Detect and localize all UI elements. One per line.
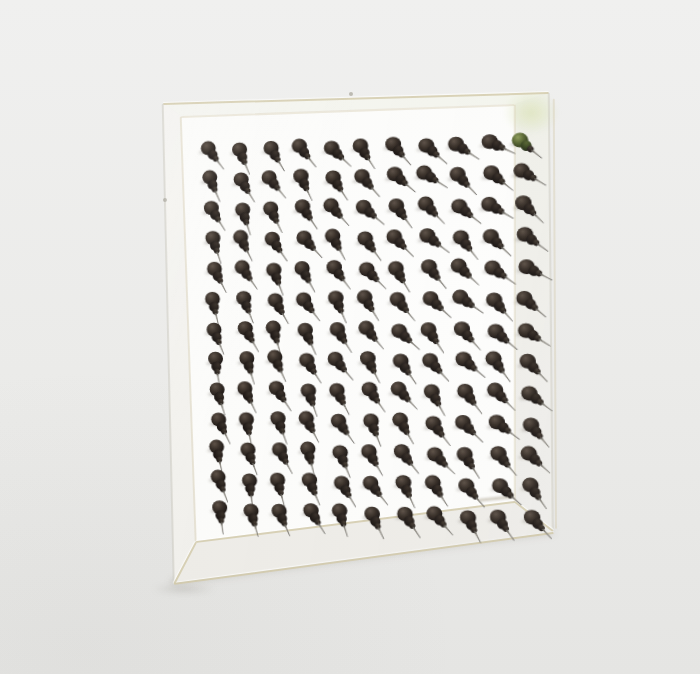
pin-head [528,173,538,182]
grid-cell [200,315,231,345]
photo-backdrop [0,0,700,674]
pin-dark [292,347,323,378]
grid-cell [352,346,384,377]
grid-cell [350,254,382,285]
pin-dark [290,316,321,346]
pin-dark [317,222,349,253]
grid-cell [451,501,484,533]
grid-cell [505,126,539,158]
pin-dark [322,377,354,408]
pin-dark [326,469,358,500]
grid-cell [474,159,507,191]
grid-cell [261,375,292,406]
grid-cell [411,191,444,222]
grid-cell [479,346,512,377]
grid-cell [256,164,287,195]
pin-dark [318,164,350,195]
pin-dark [355,469,387,500]
grid-cell [443,222,476,253]
grid-cell [351,284,383,315]
grid-cell [288,254,319,285]
grid-cell [285,133,316,164]
grid-cell [413,253,446,284]
grid-cell [352,315,384,346]
pin-dark [194,134,225,165]
pin-dark [512,347,546,379]
pin-dark [226,223,257,253]
pin-dark [287,193,318,224]
pin-dark [478,285,511,316]
pin-dark [287,254,318,285]
pin-dark [230,375,261,405]
pin-dark [296,496,327,527]
grid-cell [323,406,355,437]
grid-cell [442,159,475,191]
grid-cell [235,495,266,526]
grid-cell [512,378,546,410]
grid-cell [260,315,291,345]
grid-cell [231,375,262,405]
grid-cell [286,163,317,194]
pin-dark [419,440,452,472]
pin-dark [258,314,289,344]
grid-cell [511,315,545,347]
grid-cell [384,346,416,377]
pin-dark [515,411,549,443]
grid-cell [450,439,483,471]
pin-head [246,396,255,404]
pin-dark [443,192,476,224]
pin-dark [232,406,263,437]
grid-cell [227,225,258,255]
pin-green [504,125,538,157]
pin-dark [263,466,294,497]
pin-head [369,366,378,375]
pin-dark [510,316,544,348]
grid-cell [478,315,511,346]
grid-cell [348,192,380,223]
pin-dark [508,284,542,315]
grid-cell [225,134,256,165]
pin-dark [510,252,544,284]
pin-dark [442,160,475,192]
pin-dark [197,194,228,224]
grid-cell [444,253,477,284]
pin-dark [320,345,352,376]
pin-dark [408,159,441,191]
pin-dark [445,223,478,254]
pin-dark [261,375,292,406]
grid-cell [262,405,293,436]
grid-cell [414,315,447,346]
pin-dark [450,471,483,503]
grid-cell [347,162,379,193]
pin-dark [348,193,380,224]
grid-cell [416,377,449,408]
pin-dark [481,408,514,440]
pin-head [496,207,505,216]
grid-cell [265,496,296,527]
pin-head [272,216,281,225]
grid-cell [295,497,326,528]
grid-cell [381,253,413,284]
pin-head [430,176,439,185]
grid-cell [513,409,547,441]
grid-cell [205,494,236,525]
grid-cell [198,255,229,285]
pin-dark [195,164,226,195]
pin-head [242,244,251,253]
grid-cell [387,469,419,501]
pin-dark [316,191,348,222]
pin-dark [513,379,547,411]
grid-cell [353,376,385,407]
grid-cell [515,472,549,504]
grid-cell [445,284,478,315]
grid-cell [477,284,510,315]
grid-cell [419,500,452,532]
grid-cell [418,439,451,471]
grid-cell [261,345,292,375]
pin-dark [354,437,386,468]
pin-dark [480,317,513,348]
pin-dark [476,253,509,284]
grid-cell [419,469,452,501]
pin-dark [384,317,416,348]
grid-cell [196,165,227,196]
grid-cell [446,315,479,346]
pin-dark [294,466,325,497]
case-corner-shadow [152,584,216,594]
pin-dark [319,253,351,284]
pin-dark [473,190,506,222]
pin-dark [229,284,260,314]
pin-head [433,399,442,408]
pin-dark [352,345,384,376]
pin-dark [449,440,482,472]
case-clasp-mark [163,198,167,202]
pin-dark [478,345,511,376]
grid-cell [441,128,474,160]
pin-dark [419,499,452,531]
pin-head [281,457,290,466]
grid-cell [203,434,234,465]
grid-cell [349,223,381,254]
grid-cell [514,440,548,472]
pin-dark [378,129,410,161]
grid-cell [316,132,348,163]
pin-dark [413,252,446,283]
pin-dark [356,407,388,438]
pin-dark [260,344,291,374]
pin-dark [447,408,480,440]
pin-dark [357,499,389,531]
grid-cell [197,195,228,225]
grid-cell [475,190,508,222]
pin-dark [388,468,420,500]
grid-cell [204,464,235,495]
pin-dark [484,471,517,503]
pin-dark [286,162,317,193]
pin-dark [475,222,508,254]
pin-dark [316,133,348,164]
pin-dark [263,405,294,436]
grid-cell [290,315,321,345]
pin-dark [230,314,261,344]
grid-cell [203,405,234,435]
case-clasp-mark [349,92,353,96]
pin-dark [257,225,288,256]
pin-dark [514,470,548,502]
grid-cell [316,162,348,193]
pin-dark [440,129,473,161]
grid-cell [226,195,257,226]
grid-cell [355,437,387,468]
pin-head [213,215,222,224]
grid-cell [483,502,516,534]
grid-cell [509,252,543,284]
pin-dark [293,435,324,466]
grid-cell [264,466,295,497]
pin-dark [254,164,285,195]
pin-dark [416,378,449,409]
pin-dark [201,346,232,376]
grid-cell [512,347,546,379]
pin-dark [505,156,539,188]
pin-dark [474,127,507,159]
grid-cell [384,377,416,408]
pin-dark [507,189,541,221]
grid-cell [482,440,515,472]
pin-grid [195,126,550,535]
pin-dark [291,404,322,435]
grid-cell [195,135,226,166]
pin-dark [347,162,379,193]
pin-dark [256,133,287,164]
pin-dark [321,284,353,315]
pin-dark [198,285,229,315]
grid-cell [231,345,262,375]
pin-dark [351,255,383,286]
grid-cell [322,345,354,376]
grid-cell [202,375,233,405]
grid-cell [379,192,411,223]
pin-dark [452,503,485,535]
pin-dark [289,224,320,255]
pin-dark [225,135,256,166]
pin-dark [260,286,291,316]
pin-dark [513,439,547,471]
grid-cell [263,436,294,467]
pin-head [402,427,411,436]
grid-cell [448,377,481,408]
grid-cell [228,255,259,285]
grid-cell [410,160,443,192]
pin-dark [479,376,512,408]
pin-dark [413,315,446,346]
grid-cell [507,189,541,221]
grid-cell [449,408,482,440]
grid-cell [346,131,378,162]
pin-dark [293,377,324,408]
grid-cell [197,225,228,255]
pin-dark [235,466,266,497]
grid-cell [318,223,350,254]
pin-dark [410,190,443,221]
grid-cell [409,129,442,161]
pin-dark [202,433,233,464]
pin-dark [226,166,257,197]
pin-dark [482,502,515,534]
pin-dark [354,375,386,406]
pin-dark [264,496,295,527]
grid-cell [506,158,540,190]
grid-cell [232,405,263,436]
grid-cell [199,285,230,315]
pin-dark [322,315,354,346]
pin-dark [289,285,320,315]
grid-cell [289,285,320,315]
grid-cell [257,224,288,255]
pin-dark [345,131,377,162]
pin-head [308,426,317,435]
pin-dark [383,375,415,406]
grid-cell [382,284,414,315]
grid-cell [388,499,420,531]
grid-cell [322,376,354,407]
grid-cell [291,345,322,376]
pin-dark [233,436,264,467]
pin-dark [475,159,508,191]
grid-cell [483,471,516,503]
grid-cell [293,436,324,467]
grid-cell [378,161,410,192]
pin-head [276,365,285,373]
grid-cell [317,193,349,224]
pin-dark [349,283,381,314]
pin-head [338,398,347,407]
pin-dark [482,439,515,471]
pin-dark [414,347,447,378]
pin-dark [389,499,421,531]
grid-cell [450,470,483,502]
pin-dark [350,224,382,255]
grid-cell [287,193,318,224]
grid-cell [233,435,264,466]
grid-cell [380,223,412,254]
pin-dark [449,377,482,408]
pin-dark [516,502,550,534]
pin-dark [386,437,418,468]
pin-head [302,184,311,193]
grid-cell [386,438,418,469]
pin-dark [204,406,235,436]
grid-cell [234,465,265,496]
grid-cell [292,376,323,407]
pin-dark [412,221,445,252]
grid-cell [321,315,353,346]
grid-cell [356,468,388,499]
pin-dark [379,223,411,254]
pin-dark [228,196,259,227]
grid-cell [476,253,509,284]
grid-cell [516,503,550,535]
pin-dark [385,347,417,378]
pin-dark [443,251,476,282]
pin-dark [415,284,448,315]
pin-dark [411,131,444,163]
grid-cell [319,254,351,285]
grid-cell [229,285,260,315]
pin-dark [203,463,234,494]
grid-cell [258,255,289,285]
pin-dark [385,406,417,437]
pin-head [334,243,343,252]
pin-dark [509,220,543,252]
grid-cell [324,437,356,468]
pin-dark [381,192,413,223]
grid-cell [413,284,446,315]
grid-cell [508,221,542,253]
pin-dark [199,316,230,346]
grid-cell [320,285,352,316]
grid-cell [293,406,324,437]
pin-dark [259,256,290,286]
pin-dark [379,160,411,191]
grid-cell [417,408,450,439]
grid-cell [255,133,286,164]
pin-dark [202,376,233,406]
grid-cell [226,164,257,195]
grid-cell [383,315,415,346]
grid-cell [325,467,357,498]
grid-cell [378,130,410,162]
pin-dark [418,409,451,440]
grid-cell [230,315,261,345]
pin-dark [380,254,412,285]
grid-cell [288,224,319,255]
pin-dark [448,345,481,376]
pin-dark [232,345,263,375]
grid-cell [385,407,417,438]
grid-cell [447,346,480,377]
pin-dark [382,285,414,316]
grid-cell [412,222,445,253]
grid-cell [259,285,290,315]
grid-cell [480,377,513,409]
grid-cell [476,221,509,253]
pin-dark [205,493,236,524]
grid-cell [354,407,386,438]
pin-dark [200,255,231,285]
grid-cell [481,409,514,441]
pin-dark [323,407,355,438]
pin-dark [444,283,477,314]
grid-cell [294,466,325,497]
grid-cell [326,498,358,529]
pin-dark [284,131,315,162]
pin-dark [265,436,296,467]
pin-dark [417,468,450,500]
vitrine-edge-right-outer [553,99,557,529]
pin-dark [236,496,267,527]
grid-cell [510,284,544,315]
grid-cell [201,345,232,375]
pin-dark [324,496,356,527]
pin-dark [256,195,287,226]
pin-dark [198,224,229,254]
pin-dark [351,314,383,345]
